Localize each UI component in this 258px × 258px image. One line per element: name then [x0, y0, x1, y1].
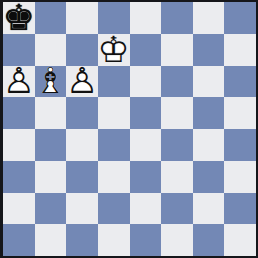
white-king-outline-glyph: ♔: [98, 34, 130, 66]
square-h3[interactable]: [224, 161, 256, 193]
square-a5[interactable]: [3, 97, 35, 129]
square-e6[interactable]: [130, 66, 162, 98]
square-f8[interactable]: [161, 2, 193, 34]
square-f5[interactable]: [161, 97, 193, 129]
white-bishop[interactable]: ♝♗: [35, 66, 67, 98]
square-b2[interactable]: [35, 193, 67, 225]
square-g6[interactable]: [193, 66, 225, 98]
white-pawn-outline-glyph: ♙: [3, 66, 35, 98]
square-a3[interactable]: [3, 161, 35, 193]
square-d1[interactable]: [98, 224, 130, 256]
square-h7[interactable]: [224, 34, 256, 66]
black-king-glyph: ♚: [3, 2, 35, 34]
white-pawn-outline-glyph: ♙: [66, 66, 98, 98]
square-a2[interactable]: [3, 193, 35, 225]
square-g7[interactable]: [193, 34, 225, 66]
square-a1[interactable]: [3, 224, 35, 256]
square-h4[interactable]: [224, 129, 256, 161]
square-b5[interactable]: [35, 97, 67, 129]
square-d4[interactable]: [98, 129, 130, 161]
square-e3[interactable]: [130, 161, 162, 193]
square-b8[interactable]: [35, 2, 67, 34]
square-c8[interactable]: [66, 2, 98, 34]
square-b3[interactable]: [35, 161, 67, 193]
chess-board: ♚♚♔♟♙♝♗♟♙: [0, 0, 258, 258]
square-f3[interactable]: [161, 161, 193, 193]
square-e7[interactable]: [130, 34, 162, 66]
square-d5[interactable]: [98, 97, 130, 129]
square-a6[interactable]: ♟♙: [3, 66, 35, 98]
square-g3[interactable]: [193, 161, 225, 193]
black-king[interactable]: ♚: [3, 2, 35, 34]
square-d7[interactable]: ♚♔: [98, 34, 130, 66]
square-f1[interactable]: [161, 224, 193, 256]
white-king[interactable]: ♚♔: [98, 34, 130, 66]
square-f2[interactable]: [161, 193, 193, 225]
square-c3[interactable]: [66, 161, 98, 193]
square-d8[interactable]: [98, 2, 130, 34]
square-f7[interactable]: [161, 34, 193, 66]
square-c7[interactable]: [66, 34, 98, 66]
square-g5[interactable]: [193, 97, 225, 129]
square-c5[interactable]: [66, 97, 98, 129]
square-h8[interactable]: [224, 2, 256, 34]
square-h1[interactable]: [224, 224, 256, 256]
square-e8[interactable]: [130, 2, 162, 34]
square-d2[interactable]: [98, 193, 130, 225]
square-h2[interactable]: [224, 193, 256, 225]
square-a8[interactable]: ♚: [3, 2, 35, 34]
square-h5[interactable]: [224, 97, 256, 129]
square-c6[interactable]: ♟♙: [66, 66, 98, 98]
square-e5[interactable]: [130, 97, 162, 129]
square-a4[interactable]: [3, 129, 35, 161]
white-bishop-outline-glyph: ♗: [35, 66, 67, 98]
square-c2[interactable]: [66, 193, 98, 225]
square-a7[interactable]: [3, 34, 35, 66]
square-b6[interactable]: ♝♗: [35, 66, 67, 98]
square-b7[interactable]: [35, 34, 67, 66]
square-e2[interactable]: [130, 193, 162, 225]
square-e1[interactable]: [130, 224, 162, 256]
square-f6[interactable]: [161, 66, 193, 98]
white-pawn[interactable]: ♟♙: [66, 66, 98, 98]
square-f4[interactable]: [161, 129, 193, 161]
square-h6[interactable]: [224, 66, 256, 98]
square-d6[interactable]: [98, 66, 130, 98]
square-e4[interactable]: [130, 129, 162, 161]
square-g8[interactable]: [193, 2, 225, 34]
square-g4[interactable]: [193, 129, 225, 161]
square-d3[interactable]: [98, 161, 130, 193]
square-c1[interactable]: [66, 224, 98, 256]
white-pawn[interactable]: ♟♙: [3, 66, 35, 98]
square-g1[interactable]: [193, 224, 225, 256]
square-g2[interactable]: [193, 193, 225, 225]
square-c4[interactable]: [66, 129, 98, 161]
square-b1[interactable]: [35, 224, 67, 256]
square-b4[interactable]: [35, 129, 67, 161]
